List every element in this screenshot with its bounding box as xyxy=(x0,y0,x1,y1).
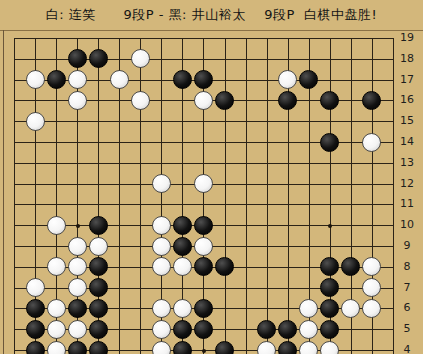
stone-black xyxy=(68,299,87,318)
stone-white xyxy=(68,278,87,297)
star-point xyxy=(202,349,206,353)
stone-black xyxy=(215,91,234,110)
stone-black xyxy=(194,70,213,89)
stone-white xyxy=(68,237,87,256)
stone-black xyxy=(215,257,234,276)
board-left-border xyxy=(3,30,4,354)
stone-white xyxy=(362,257,381,276)
stone-white xyxy=(47,216,66,235)
stone-black xyxy=(26,320,45,339)
stone-black xyxy=(320,91,339,110)
row-label: 8 xyxy=(396,261,418,273)
stone-black xyxy=(320,133,339,152)
stone-white xyxy=(110,70,129,89)
stone-white xyxy=(68,91,87,110)
stone-black xyxy=(278,91,297,110)
stone-white xyxy=(26,70,45,89)
stone-white xyxy=(362,278,381,297)
row-label: 9 xyxy=(396,240,418,252)
stone-white xyxy=(194,174,213,193)
star-point xyxy=(328,224,332,228)
grid-vline xyxy=(246,38,247,354)
stone-black xyxy=(173,216,192,235)
stone-white xyxy=(194,91,213,110)
stone-white xyxy=(152,237,171,256)
grid-vline xyxy=(14,38,15,354)
stone-black xyxy=(215,341,234,354)
stone-black xyxy=(89,278,108,297)
stone-white xyxy=(320,341,339,354)
stone-white xyxy=(26,112,45,131)
row-label: 11 xyxy=(396,198,418,210)
stone-black xyxy=(173,341,192,354)
star-point xyxy=(76,224,80,228)
grid-hline xyxy=(14,38,394,39)
grid-vline xyxy=(140,38,141,354)
row-label: 12 xyxy=(396,178,418,190)
stone-black xyxy=(257,320,276,339)
stone-white xyxy=(47,299,66,318)
stone-black xyxy=(278,320,297,339)
stone-black xyxy=(194,299,213,318)
stone-white xyxy=(278,70,297,89)
stone-black xyxy=(68,49,87,68)
stone-white xyxy=(362,133,381,152)
row-label: 16 xyxy=(396,94,418,106)
stone-white xyxy=(362,299,381,318)
stone-white xyxy=(194,237,213,256)
grid-hline xyxy=(14,163,394,164)
stone-white xyxy=(152,320,171,339)
stone-white xyxy=(173,299,192,318)
game-info-header: 白: 连笑 9段P - 黑: 井山裕太 9段P 白棋中盘胜! xyxy=(0,0,423,30)
stone-black xyxy=(278,341,297,354)
stone-black xyxy=(194,257,213,276)
stone-black xyxy=(320,257,339,276)
row-label: 5 xyxy=(396,323,418,335)
stone-black xyxy=(68,341,87,354)
stone-white xyxy=(26,278,45,297)
stone-white xyxy=(299,341,318,354)
row-label: 15 xyxy=(396,115,418,127)
row-label: 18 xyxy=(396,53,418,65)
stone-black xyxy=(299,70,318,89)
stone-black xyxy=(89,216,108,235)
stone-black xyxy=(89,299,108,318)
row-label: 13 xyxy=(396,157,418,169)
grid-hline xyxy=(14,204,394,205)
stone-white xyxy=(299,320,318,339)
grid-vline xyxy=(393,38,394,354)
row-label: 19 xyxy=(396,32,418,44)
stone-white xyxy=(152,174,171,193)
stone-black xyxy=(194,320,213,339)
stone-black xyxy=(320,299,339,318)
row-label: 10 xyxy=(396,219,418,231)
stone-white xyxy=(173,257,192,276)
stone-white xyxy=(68,320,87,339)
stone-white xyxy=(299,299,318,318)
go-game-viewer: 白: 连笑 9段P - 黑: 井山裕太 9段P 白棋中盘胜! 191817161… xyxy=(0,0,423,354)
stone-black xyxy=(173,237,192,256)
row-label: 17 xyxy=(396,74,418,86)
stone-white xyxy=(257,341,276,354)
board-top-border xyxy=(0,30,423,31)
stone-black xyxy=(320,278,339,297)
row-label: 7 xyxy=(396,282,418,294)
grid-vline xyxy=(225,38,226,354)
stone-black xyxy=(89,257,108,276)
stone-black xyxy=(194,216,213,235)
stone-black xyxy=(362,91,381,110)
grid-hline xyxy=(14,121,394,122)
stone-white xyxy=(131,91,150,110)
stone-white xyxy=(152,299,171,318)
stone-white xyxy=(68,257,87,276)
stone-white xyxy=(68,70,87,89)
stone-black xyxy=(89,49,108,68)
stone-white xyxy=(131,49,150,68)
stone-white xyxy=(152,257,171,276)
stone-black xyxy=(26,299,45,318)
row-label: 4 xyxy=(396,344,418,354)
stone-black xyxy=(26,341,45,354)
stone-white xyxy=(47,320,66,339)
grid-vline xyxy=(267,38,268,354)
stone-black xyxy=(89,341,108,354)
stone-white xyxy=(47,257,66,276)
stone-white xyxy=(47,341,66,354)
stone-black xyxy=(173,320,192,339)
stone-black xyxy=(341,257,360,276)
stone-white xyxy=(152,341,171,354)
stone-white xyxy=(341,299,360,318)
row-label: 14 xyxy=(396,136,418,148)
stone-black xyxy=(89,320,108,339)
row-label: 6 xyxy=(396,302,418,314)
stone-white xyxy=(152,216,171,235)
stone-black xyxy=(173,70,192,89)
stone-black xyxy=(47,70,66,89)
stone-white xyxy=(89,237,108,256)
stone-black xyxy=(320,320,339,339)
